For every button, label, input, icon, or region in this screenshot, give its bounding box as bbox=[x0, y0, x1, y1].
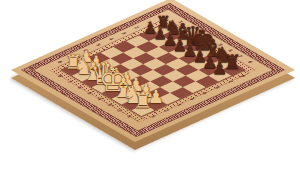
chessboard-photo: 18182727363645455454636372728181 ♜♞♝♛♚♝♞… bbox=[0, 0, 300, 171]
piece-white-rook[interactable]: ♜ bbox=[133, 90, 153, 112]
border-number: 5 bbox=[201, 92, 208, 95]
border-number: 3 bbox=[176, 103, 183, 106]
border-number: 4 bbox=[108, 37, 115, 40]
border-number: 6 bbox=[214, 86, 221, 89]
border-number: 2 bbox=[163, 109, 170, 112]
border-number: 8 bbox=[56, 60, 63, 63]
border-number: 7 bbox=[227, 80, 234, 83]
piece-black-pawn[interactable]: ♟ bbox=[212, 60, 227, 77]
border-number: 1 bbox=[150, 115, 157, 118]
border-number: 2 bbox=[133, 26, 140, 29]
border-number: 8 bbox=[247, 60, 254, 63]
border-number: 5 bbox=[95, 43, 102, 46]
border-number: 4 bbox=[188, 97, 195, 100]
border-number: 3 bbox=[120, 32, 127, 35]
border-number: 8 bbox=[240, 74, 247, 77]
